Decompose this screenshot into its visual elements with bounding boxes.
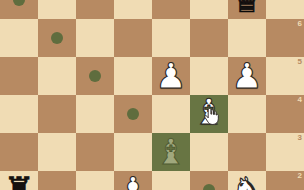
square-d5[interactable]: [114, 57, 152, 95]
square-b7[interactable]: [38, 0, 76, 19]
square-c5[interactable]: [76, 57, 114, 95]
square-h6[interactable]: 6: [266, 19, 304, 57]
square-b2[interactable]: [38, 171, 76, 190]
white-pawn-d2[interactable]: ♟: [114, 171, 152, 190]
move-hint-dot-c5[interactable]: [89, 70, 101, 82]
square-e3[interactable]: ♝: [152, 133, 190, 171]
square-f4[interactable]: ♝: [190, 95, 228, 133]
square-b5[interactable]: [38, 57, 76, 95]
square-a4[interactable]: [0, 95, 38, 133]
black-rook-a2[interactable]: ♜: [0, 171, 38, 190]
square-c3[interactable]: [76, 133, 114, 171]
square-b3[interactable]: [38, 133, 76, 171]
square-h5[interactable]: 5: [266, 57, 304, 95]
move-hint-dot-a7[interactable]: [13, 0, 25, 6]
square-c4[interactable]: [76, 95, 114, 133]
square-h4[interactable]: 4: [266, 95, 304, 133]
square-f7[interactable]: [190, 0, 228, 19]
square-e2[interactable]: [152, 171, 190, 190]
white-knight-g2[interactable]: ♞: [228, 171, 266, 190]
square-c6[interactable]: [76, 19, 114, 57]
white-pawn-e5[interactable]: ♟: [152, 57, 190, 95]
move-hint-dot-b6[interactable]: [51, 32, 63, 44]
square-g2[interactable]: ♞: [228, 171, 266, 190]
square-f6[interactable]: [190, 19, 228, 57]
square-a2[interactable]: ♜: [0, 171, 38, 190]
square-g4[interactable]: [228, 95, 266, 133]
chess-board-screenshot: ♛6♟♟5♝4♝3♜♟♞2: [0, 0, 304, 190]
square-b6[interactable]: [38, 19, 76, 57]
square-g7[interactable]: ♛: [228, 0, 266, 19]
rank-label-3: 3: [298, 134, 302, 142]
white-bishop-f4[interactable]: ♝: [190, 93, 228, 131]
black-queen-g7[interactable]: ♛: [228, 0, 266, 19]
square-f3[interactable]: [190, 133, 228, 171]
square-h7[interactable]: [266, 0, 304, 19]
square-a7[interactable]: [0, 0, 38, 19]
square-a3[interactable]: [0, 133, 38, 171]
ghost-white-bishop-e3: ♝: [152, 133, 190, 171]
square-a5[interactable]: [0, 57, 38, 95]
square-c2[interactable]: [76, 171, 114, 190]
rank-label-2: 2: [298, 172, 302, 180]
move-hint-dot-d4[interactable]: [127, 108, 139, 120]
square-d6[interactable]: [114, 19, 152, 57]
square-e7[interactable]: [152, 0, 190, 19]
square-f2[interactable]: [190, 171, 228, 190]
rank-label-6: 6: [298, 20, 302, 28]
square-e6[interactable]: [152, 19, 190, 57]
square-e4[interactable]: [152, 95, 190, 133]
rank-label-4: 4: [298, 96, 302, 104]
square-d3[interactable]: [114, 133, 152, 171]
square-e5[interactable]: ♟: [152, 57, 190, 95]
square-g5[interactable]: ♟: [228, 57, 266, 95]
square-f5[interactable]: [190, 57, 228, 95]
white-pawn-g5[interactable]: ♟: [228, 57, 266, 95]
square-h2[interactable]: 2: [266, 171, 304, 190]
square-h3[interactable]: 3: [266, 133, 304, 171]
square-d7[interactable]: [114, 0, 152, 19]
square-c7[interactable]: [76, 0, 114, 19]
square-a6[interactable]: [0, 19, 38, 57]
square-g6[interactable]: [228, 19, 266, 57]
square-d2[interactable]: ♟: [114, 171, 152, 190]
rank-label-5: 5: [298, 58, 302, 66]
chess-board[interactable]: ♛6♟♟5♝4♝3♜♟♞2: [0, 0, 304, 190]
square-b4[interactable]: [38, 95, 76, 133]
square-g3[interactable]: [228, 133, 266, 171]
move-hint-dot-f2[interactable]: [203, 184, 215, 190]
square-d4[interactable]: [114, 95, 152, 133]
